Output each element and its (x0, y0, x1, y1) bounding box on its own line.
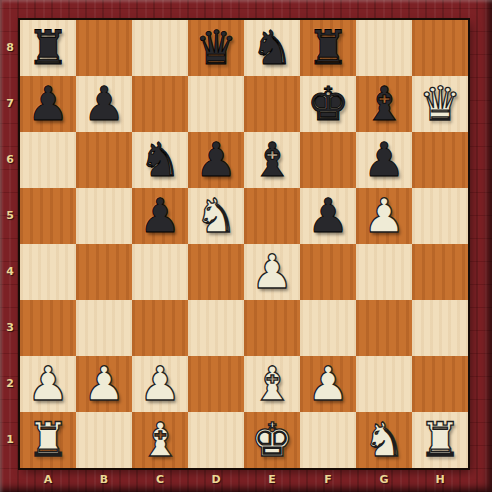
square-c6[interactable]: ♞ (132, 132, 188, 188)
square-h2[interactable] (412, 356, 468, 412)
square-g8[interactable] (356, 20, 412, 76)
black-bishop: ♝ (363, 80, 405, 127)
square-b6[interactable] (76, 132, 132, 188)
rank-label-5: 5 (0, 188, 20, 244)
square-g6[interactable]: ♟ (356, 132, 412, 188)
square-f6[interactable] (300, 132, 356, 188)
square-b5[interactable] (76, 188, 132, 244)
rank-label-1: 1 (0, 412, 20, 468)
file-label-a: A (20, 468, 76, 492)
white-pawn: ♟ (251, 248, 293, 295)
white-pawn: ♟ (307, 360, 349, 407)
black-pawn: ♟ (363, 136, 405, 183)
black-pawn: ♟ (27, 80, 69, 127)
square-d8[interactable]: ♛ (188, 20, 244, 76)
square-h1[interactable]: ♜ (412, 412, 468, 468)
square-c3[interactable] (132, 300, 188, 356)
square-d2[interactable] (188, 356, 244, 412)
square-d4[interactable] (188, 244, 244, 300)
black-knight: ♞ (251, 24, 293, 71)
file-label-f: F (300, 468, 356, 492)
square-a6[interactable] (20, 132, 76, 188)
white-queen: ♛ (419, 80, 461, 127)
black-king: ♚ (307, 80, 349, 127)
file-label-e: E (244, 468, 300, 492)
square-g1[interactable]: ♞ (356, 412, 412, 468)
square-f5[interactable]: ♟ (300, 188, 356, 244)
square-e7[interactable] (244, 76, 300, 132)
white-pawn: ♟ (83, 360, 125, 407)
board-frame: ♜♛♞♜♟♟♚♝♛♞♟♝♟♟♞♟♟♟♟♟♟♝♟♜♝♚♞♜ 87654321 AB… (0, 0, 492, 492)
file-label-h: H (412, 468, 468, 492)
square-h3[interactable] (412, 300, 468, 356)
square-d5[interactable]: ♞ (188, 188, 244, 244)
square-f2[interactable]: ♟ (300, 356, 356, 412)
file-label-b: B (76, 468, 132, 492)
white-king: ♚ (251, 416, 293, 463)
white-rook: ♜ (27, 416, 69, 463)
square-f4[interactable] (300, 244, 356, 300)
file-label-c: C (132, 468, 188, 492)
black-knight: ♞ (139, 136, 181, 183)
square-f7[interactable]: ♚ (300, 76, 356, 132)
black-bishop: ♝ (251, 136, 293, 183)
file-label-g: G (356, 468, 412, 492)
square-b4[interactable] (76, 244, 132, 300)
square-a7[interactable]: ♟ (20, 76, 76, 132)
black-queen: ♛ (195, 24, 237, 71)
white-knight: ♞ (363, 416, 405, 463)
square-b7[interactable]: ♟ (76, 76, 132, 132)
white-pawn: ♟ (363, 192, 405, 239)
square-e8[interactable]: ♞ (244, 20, 300, 76)
board: ♜♛♞♜♟♟♚♝♛♞♟♝♟♟♞♟♟♟♟♟♟♝♟♜♝♚♞♜ (20, 20, 468, 468)
rank-label-4: 4 (0, 244, 20, 300)
square-f3[interactable] (300, 300, 356, 356)
square-b2[interactable]: ♟ (76, 356, 132, 412)
white-pawn: ♟ (27, 360, 69, 407)
rank-label-7: 7 (0, 76, 20, 132)
black-rook: ♜ (27, 24, 69, 71)
square-c8[interactable] (132, 20, 188, 76)
square-a3[interactable] (20, 300, 76, 356)
square-h4[interactable] (412, 244, 468, 300)
square-d7[interactable] (188, 76, 244, 132)
rank-label-6: 6 (0, 132, 20, 188)
square-c2[interactable]: ♟ (132, 356, 188, 412)
black-pawn: ♟ (307, 192, 349, 239)
square-g2[interactable] (356, 356, 412, 412)
square-g4[interactable] (356, 244, 412, 300)
square-c1[interactable]: ♝ (132, 412, 188, 468)
rank-label-8: 8 (0, 20, 20, 76)
white-knight: ♞ (195, 192, 237, 239)
square-e3[interactable] (244, 300, 300, 356)
black-pawn: ♟ (139, 192, 181, 239)
square-g3[interactable] (356, 300, 412, 356)
black-rook: ♜ (307, 24, 349, 71)
square-f8[interactable]: ♜ (300, 20, 356, 76)
white-rook: ♜ (419, 416, 461, 463)
square-a4[interactable] (20, 244, 76, 300)
black-pawn: ♟ (195, 136, 237, 183)
square-e2[interactable]: ♝ (244, 356, 300, 412)
square-c5[interactable]: ♟ (132, 188, 188, 244)
square-h8[interactable] (412, 20, 468, 76)
square-e5[interactable] (244, 188, 300, 244)
square-b8[interactable] (76, 20, 132, 76)
rank-label-3: 3 (0, 300, 20, 356)
square-d3[interactable] (188, 300, 244, 356)
square-e6[interactable]: ♝ (244, 132, 300, 188)
rank-label-2: 2 (0, 356, 20, 412)
square-d6[interactable]: ♟ (188, 132, 244, 188)
square-g7[interactable]: ♝ (356, 76, 412, 132)
white-pawn: ♟ (139, 360, 181, 407)
square-h6[interactable] (412, 132, 468, 188)
square-d1[interactable] (188, 412, 244, 468)
square-e4[interactable]: ♟ (244, 244, 300, 300)
square-b1[interactable] (76, 412, 132, 468)
black-pawn: ♟ (83, 80, 125, 127)
square-h5[interactable] (412, 188, 468, 244)
square-a8[interactable]: ♜ (20, 20, 76, 76)
square-a5[interactable] (20, 188, 76, 244)
white-bishop: ♝ (251, 360, 293, 407)
square-f1[interactable] (300, 412, 356, 468)
square-c7[interactable] (132, 76, 188, 132)
square-a1[interactable]: ♜ (20, 412, 76, 468)
square-c4[interactable] (132, 244, 188, 300)
square-a2[interactable]: ♟ (20, 356, 76, 412)
white-bishop: ♝ (139, 416, 181, 463)
square-b3[interactable] (76, 300, 132, 356)
square-e1[interactable]: ♚ (244, 412, 300, 468)
square-g5[interactable]: ♟ (356, 188, 412, 244)
square-h7[interactable]: ♛ (412, 76, 468, 132)
file-label-d: D (188, 468, 244, 492)
